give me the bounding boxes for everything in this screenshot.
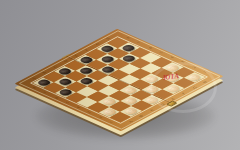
product-photo-scene: ABCDEFGH ABCDEFGH 87654321 87654321 ⛂⛂⛂⛂…: [0, 0, 240, 150]
light-piece[interactable]: ⛀: [186, 73, 203, 81]
